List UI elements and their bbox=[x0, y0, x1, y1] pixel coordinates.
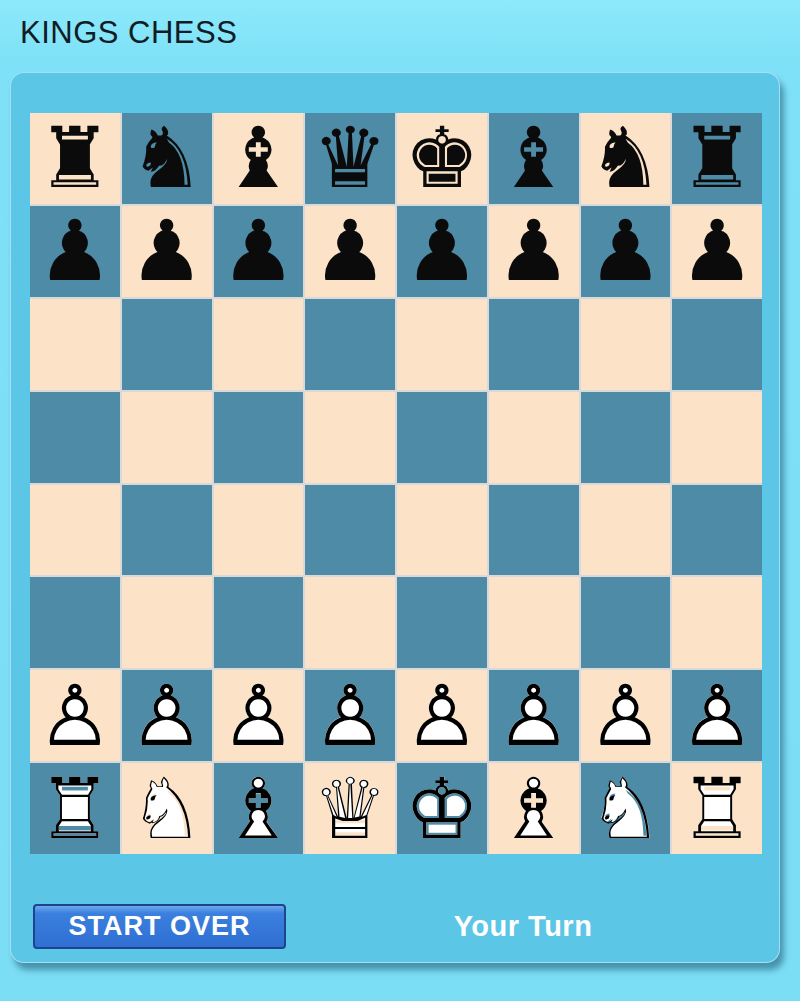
white-knight: ♞♘ bbox=[122, 763, 212, 854]
white-queen: ♛♕ bbox=[305, 763, 395, 854]
black-pawn: ♟ bbox=[672, 206, 762, 297]
square-h1[interactable]: ♜♖ bbox=[672, 763, 762, 854]
square-e5[interactable] bbox=[397, 392, 487, 483]
square-d6[interactable] bbox=[305, 299, 395, 390]
square-g1[interactable]: ♞♘ bbox=[581, 763, 671, 854]
square-g3[interactable] bbox=[581, 577, 671, 668]
white-knight: ♞♘ bbox=[581, 763, 671, 854]
square-c3[interactable] bbox=[214, 577, 304, 668]
square-e8[interactable]: ♚ bbox=[397, 113, 487, 204]
square-e6[interactable] bbox=[397, 299, 487, 390]
black-bishop: ♝ bbox=[489, 113, 579, 204]
square-b6[interactable] bbox=[122, 299, 212, 390]
black-pawn: ♟ bbox=[489, 206, 579, 297]
square-g7[interactable]: ♟ bbox=[581, 206, 671, 297]
square-h8[interactable]: ♜ bbox=[672, 113, 762, 204]
square-g8[interactable]: ♞ bbox=[581, 113, 671, 204]
black-pawn: ♟ bbox=[581, 206, 671, 297]
white-rook: ♜♖ bbox=[30, 763, 120, 854]
square-b1[interactable]: ♞♘ bbox=[122, 763, 212, 854]
square-f7[interactable]: ♟ bbox=[489, 206, 579, 297]
black-bishop: ♝ bbox=[214, 113, 304, 204]
square-b4[interactable] bbox=[122, 485, 212, 576]
square-e1[interactable]: ♚♔ bbox=[397, 763, 487, 854]
white-pawn: ♟♙ bbox=[122, 670, 212, 761]
square-e7[interactable]: ♟ bbox=[397, 206, 487, 297]
white-bishop: ♝♗ bbox=[489, 763, 579, 854]
square-d4[interactable] bbox=[305, 485, 395, 576]
white-bishop: ♝♗ bbox=[214, 763, 304, 854]
square-c4[interactable] bbox=[214, 485, 304, 576]
square-a7[interactable]: ♟ bbox=[30, 206, 120, 297]
square-a6[interactable] bbox=[30, 299, 120, 390]
square-e3[interactable] bbox=[397, 577, 487, 668]
black-knight: ♞ bbox=[122, 113, 212, 204]
black-rook: ♜ bbox=[672, 113, 762, 204]
square-f1[interactable]: ♝♗ bbox=[489, 763, 579, 854]
square-c2[interactable]: ♟♙ bbox=[214, 670, 304, 761]
black-knight: ♞ bbox=[581, 113, 671, 204]
black-rook: ♜ bbox=[30, 113, 120, 204]
square-d1[interactable]: ♛♕ bbox=[305, 763, 395, 854]
white-pawn: ♟♙ bbox=[214, 670, 304, 761]
square-a5[interactable] bbox=[30, 392, 120, 483]
square-c6[interactable] bbox=[214, 299, 304, 390]
square-a8[interactable]: ♜ bbox=[30, 113, 120, 204]
turn-status: Your Turn bbox=[454, 910, 593, 943]
square-d7[interactable]: ♟ bbox=[305, 206, 395, 297]
white-pawn: ♟♙ bbox=[305, 670, 395, 761]
start-over-button[interactable]: START OVER bbox=[33, 904, 286, 949]
square-c8[interactable]: ♝ bbox=[214, 113, 304, 204]
square-e4[interactable] bbox=[397, 485, 487, 576]
square-f3[interactable] bbox=[489, 577, 579, 668]
square-h3[interactable] bbox=[672, 577, 762, 668]
game-panel: ♜♞♝♛♚♝♞♜♟♟♟♟♟♟♟♟♟♙♟♙♟♙♟♙♟♙♟♙♟♙♟♙♜♖♞♘♝♗♛♕… bbox=[10, 72, 780, 963]
square-a2[interactable]: ♟♙ bbox=[30, 670, 120, 761]
black-pawn: ♟ bbox=[397, 206, 487, 297]
white-pawn: ♟♙ bbox=[489, 670, 579, 761]
square-f5[interactable] bbox=[489, 392, 579, 483]
square-h4[interactable] bbox=[672, 485, 762, 576]
page: KINGS CHESS ♜♞♝♛♚♝♞♜♟♟♟♟♟♟♟♟♟♙♟♙♟♙♟♙♟♙♟♙… bbox=[0, 0, 800, 963]
square-b2[interactable]: ♟♙ bbox=[122, 670, 212, 761]
square-h5[interactable] bbox=[672, 392, 762, 483]
white-pawn: ♟♙ bbox=[581, 670, 671, 761]
square-c1[interactable]: ♝♗ bbox=[214, 763, 304, 854]
square-b3[interactable] bbox=[122, 577, 212, 668]
square-d8[interactable]: ♛ bbox=[305, 113, 395, 204]
square-d3[interactable] bbox=[305, 577, 395, 668]
black-pawn: ♟ bbox=[122, 206, 212, 297]
black-pawn: ♟ bbox=[214, 206, 304, 297]
black-pawn: ♟ bbox=[305, 206, 395, 297]
status-area: Your Turn bbox=[286, 910, 760, 943]
white-pawn: ♟♙ bbox=[30, 670, 120, 761]
square-b5[interactable] bbox=[122, 392, 212, 483]
square-d2[interactable]: ♟♙ bbox=[305, 670, 395, 761]
black-pawn: ♟ bbox=[30, 206, 120, 297]
black-queen: ♛ bbox=[305, 113, 395, 204]
square-f2[interactable]: ♟♙ bbox=[489, 670, 579, 761]
square-g2[interactable]: ♟♙ bbox=[581, 670, 671, 761]
square-g6[interactable] bbox=[581, 299, 671, 390]
white-king: ♚♔ bbox=[397, 763, 487, 854]
square-b7[interactable]: ♟ bbox=[122, 206, 212, 297]
square-f8[interactable]: ♝ bbox=[489, 113, 579, 204]
square-e2[interactable]: ♟♙ bbox=[397, 670, 487, 761]
white-pawn: ♟♙ bbox=[672, 670, 762, 761]
square-d5[interactable] bbox=[305, 392, 395, 483]
white-pawn: ♟♙ bbox=[397, 670, 487, 761]
square-f4[interactable] bbox=[489, 485, 579, 576]
controls-bar: START OVER Your Turn bbox=[30, 904, 760, 949]
square-c5[interactable] bbox=[214, 392, 304, 483]
white-rook: ♜♖ bbox=[672, 763, 762, 854]
page-title: KINGS CHESS bbox=[0, 0, 800, 52]
square-h6[interactable] bbox=[672, 299, 762, 390]
square-f6[interactable] bbox=[489, 299, 579, 390]
square-g5[interactable] bbox=[581, 392, 671, 483]
square-a1[interactable]: ♜♖ bbox=[30, 763, 120, 854]
square-g4[interactable] bbox=[581, 485, 671, 576]
square-a4[interactable] bbox=[30, 485, 120, 576]
square-c7[interactable]: ♟ bbox=[214, 206, 304, 297]
square-h2[interactable]: ♟♙ bbox=[672, 670, 762, 761]
square-b8[interactable]: ♞ bbox=[122, 113, 212, 204]
square-h7[interactable]: ♟ bbox=[672, 206, 762, 297]
black-king: ♚ bbox=[397, 113, 487, 204]
chess-board: ♜♞♝♛♚♝♞♜♟♟♟♟♟♟♟♟♟♙♟♙♟♙♟♙♟♙♟♙♟♙♟♙♜♖♞♘♝♗♛♕… bbox=[30, 113, 762, 854]
square-a3[interactable] bbox=[30, 577, 120, 668]
